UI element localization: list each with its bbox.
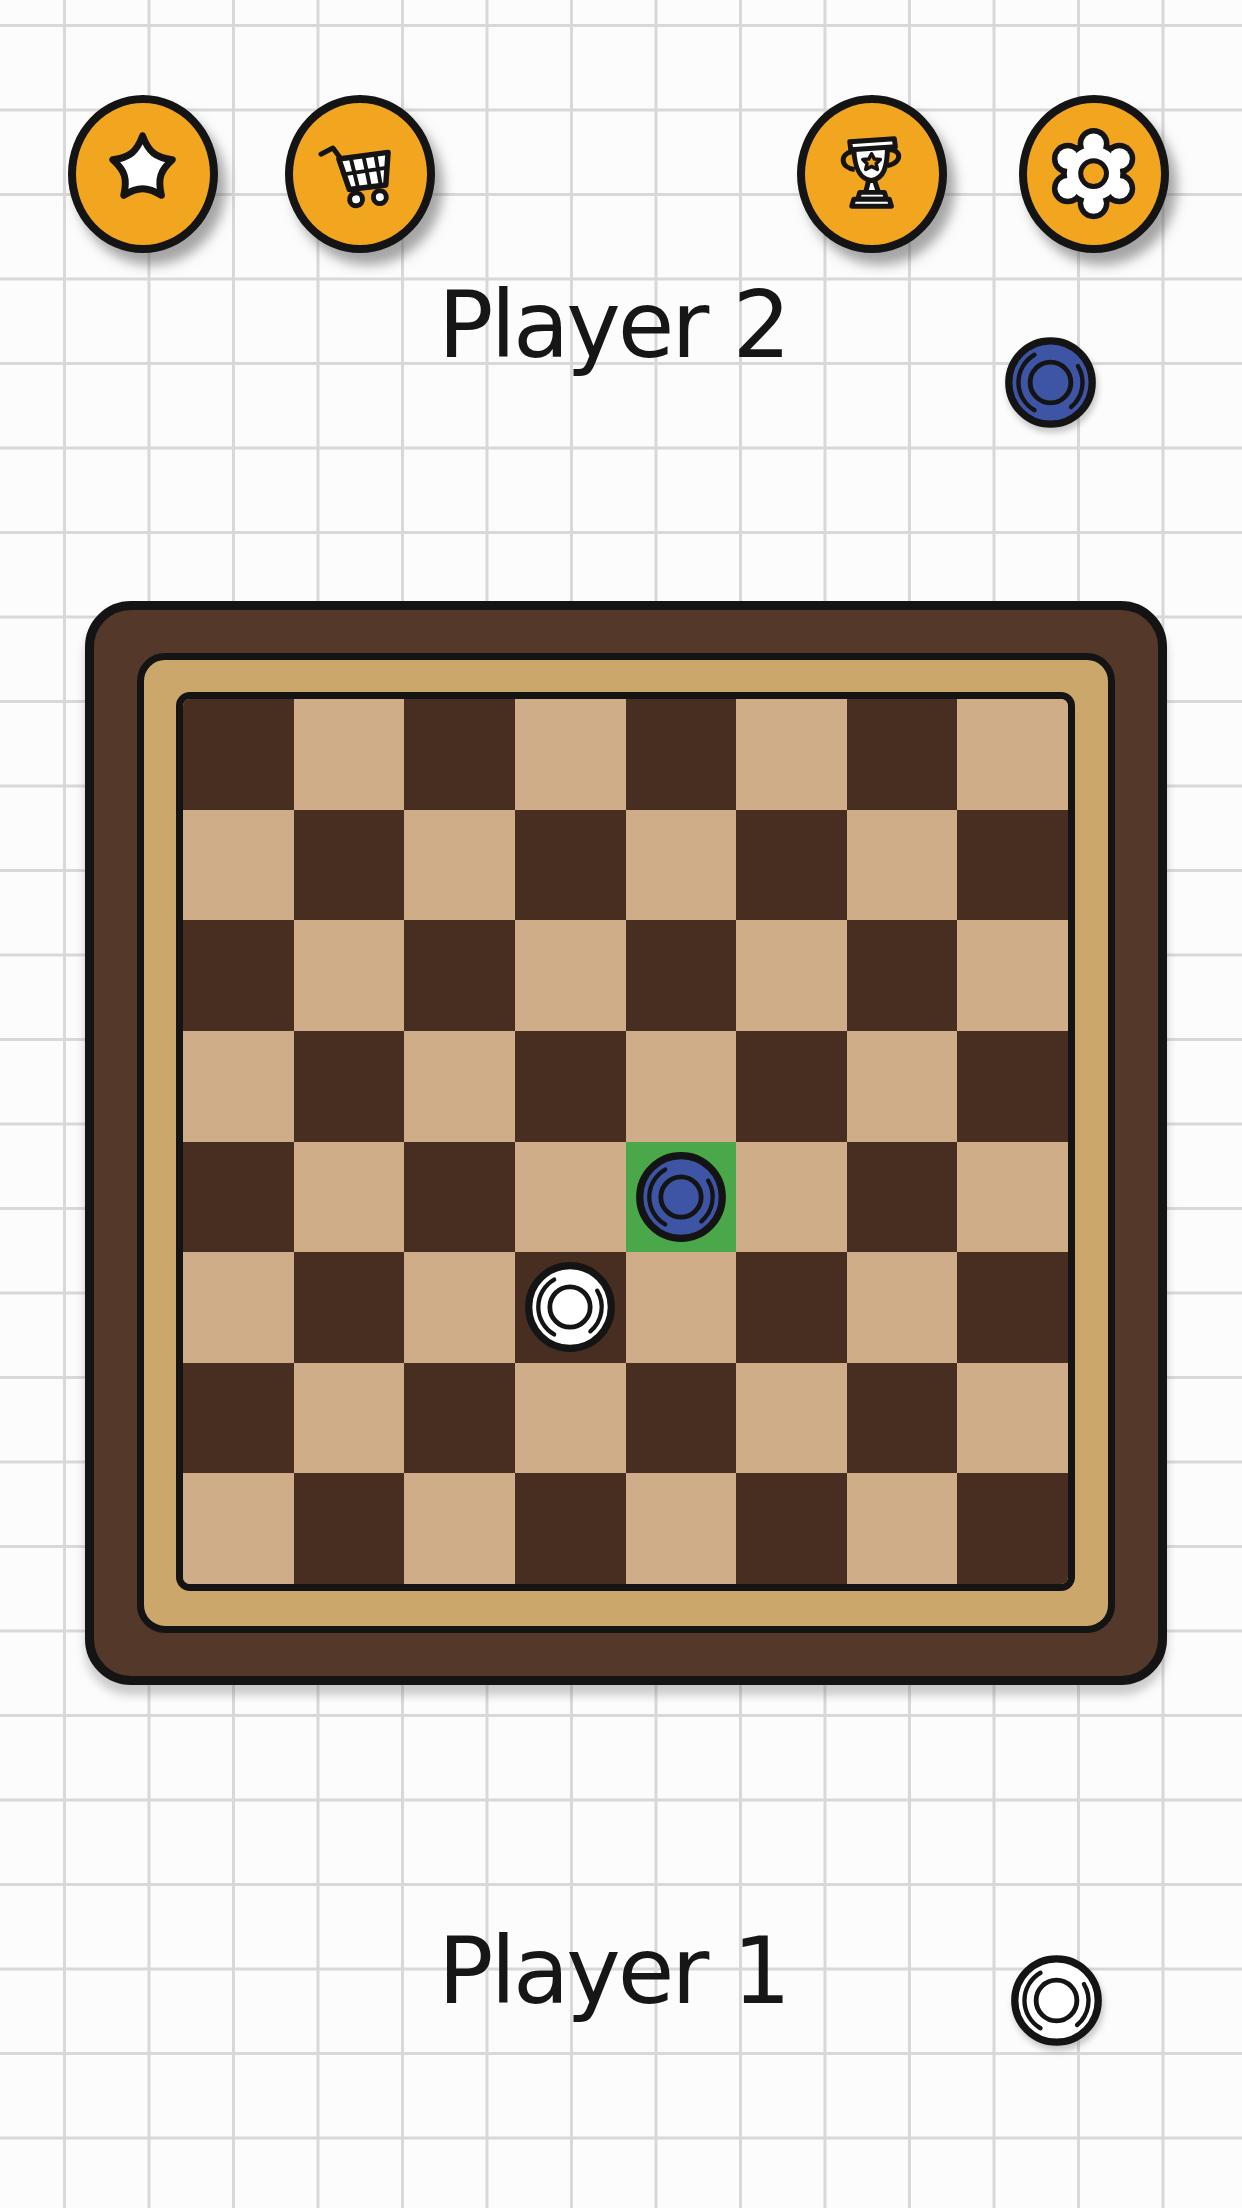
square-c7[interactable] bbox=[404, 810, 515, 921]
square-e1[interactable] bbox=[626, 1473, 737, 1584]
checker-blue[interactable] bbox=[1002, 334, 1099, 431]
board-grid bbox=[176, 692, 1075, 1591]
square-b8[interactable] bbox=[294, 699, 405, 810]
square-c4[interactable] bbox=[404, 1142, 515, 1253]
square-f6[interactable] bbox=[736, 920, 847, 1031]
favorites-button[interactable] bbox=[68, 95, 218, 253]
square-f2[interactable] bbox=[736, 1363, 847, 1474]
square-h4[interactable] bbox=[957, 1142, 1068, 1253]
square-c6[interactable] bbox=[404, 920, 515, 1031]
square-f1[interactable] bbox=[736, 1473, 847, 1584]
square-h7[interactable] bbox=[957, 810, 1068, 921]
square-h2[interactable] bbox=[957, 1363, 1068, 1474]
square-d4[interactable] bbox=[515, 1142, 626, 1253]
square-b4[interactable] bbox=[294, 1142, 405, 1253]
cart-icon bbox=[310, 121, 409, 226]
square-g5[interactable] bbox=[847, 1031, 958, 1142]
square-d8[interactable] bbox=[515, 699, 626, 810]
square-e4[interactable] bbox=[626, 1142, 737, 1253]
square-d7[interactable] bbox=[515, 810, 626, 921]
square-e7[interactable] bbox=[626, 810, 737, 921]
checker-white[interactable] bbox=[1008, 1952, 1105, 2049]
square-h6[interactable] bbox=[957, 920, 1068, 1031]
square-d3[interactable] bbox=[515, 1252, 626, 1363]
trophy-icon bbox=[822, 121, 921, 226]
square-d2[interactable] bbox=[515, 1363, 626, 1474]
square-b3[interactable] bbox=[294, 1252, 405, 1363]
square-h8[interactable] bbox=[957, 699, 1068, 810]
square-g7[interactable] bbox=[847, 810, 958, 921]
square-g3[interactable] bbox=[847, 1252, 958, 1363]
star-icon bbox=[93, 121, 192, 226]
square-f8[interactable] bbox=[736, 699, 847, 810]
square-d6[interactable] bbox=[515, 920, 626, 1031]
square-f5[interactable] bbox=[736, 1031, 847, 1142]
square-a6[interactable] bbox=[183, 920, 294, 1031]
square-a2[interactable] bbox=[183, 1363, 294, 1474]
square-h3[interactable] bbox=[957, 1252, 1068, 1363]
trophies-button[interactable] bbox=[797, 95, 947, 253]
player1-checker-indicator bbox=[1008, 1952, 1105, 2049]
square-f3[interactable] bbox=[736, 1252, 847, 1363]
square-g8[interactable] bbox=[847, 699, 958, 810]
square-e3[interactable] bbox=[626, 1252, 737, 1363]
square-c5[interactable] bbox=[404, 1031, 515, 1142]
square-a7[interactable] bbox=[183, 810, 294, 921]
square-g4[interactable] bbox=[847, 1142, 958, 1253]
square-a1[interactable] bbox=[183, 1473, 294, 1584]
shop-button[interactable] bbox=[285, 95, 435, 253]
gear-icon bbox=[1044, 121, 1143, 226]
settings-button[interactable] bbox=[1019, 95, 1169, 253]
square-h1[interactable] bbox=[957, 1473, 1068, 1584]
square-d5[interactable] bbox=[515, 1031, 626, 1142]
checkers-board bbox=[85, 601, 1167, 1685]
square-b5[interactable] bbox=[294, 1031, 405, 1142]
square-c1[interactable] bbox=[404, 1473, 515, 1584]
square-b6[interactable] bbox=[294, 920, 405, 1031]
checker-blue[interactable] bbox=[633, 1149, 729, 1245]
square-g2[interactable] bbox=[847, 1363, 958, 1474]
square-f7[interactable] bbox=[736, 810, 847, 921]
square-d1[interactable] bbox=[515, 1473, 626, 1584]
game-screen: Player 2 Player 1 bbox=[0, 0, 1242, 2208]
square-c3[interactable] bbox=[404, 1252, 515, 1363]
square-b7[interactable] bbox=[294, 810, 405, 921]
square-e8[interactable] bbox=[626, 699, 737, 810]
square-a3[interactable] bbox=[183, 1252, 294, 1363]
square-b1[interactable] bbox=[294, 1473, 405, 1584]
square-a5[interactable] bbox=[183, 1031, 294, 1142]
square-a8[interactable] bbox=[183, 699, 294, 810]
square-f4[interactable] bbox=[736, 1142, 847, 1253]
square-e5[interactable] bbox=[626, 1031, 737, 1142]
square-c8[interactable] bbox=[404, 699, 515, 810]
checker-white[interactable] bbox=[522, 1259, 618, 1355]
square-a4[interactable] bbox=[183, 1142, 294, 1253]
square-b2[interactable] bbox=[294, 1363, 405, 1474]
square-c2[interactable] bbox=[404, 1363, 515, 1474]
square-g1[interactable] bbox=[847, 1473, 958, 1584]
square-e2[interactable] bbox=[626, 1363, 737, 1474]
square-h5[interactable] bbox=[957, 1031, 1068, 1142]
player2-checker-indicator bbox=[1002, 334, 1099, 431]
square-g6[interactable] bbox=[847, 920, 958, 1031]
square-e6[interactable] bbox=[626, 920, 737, 1031]
